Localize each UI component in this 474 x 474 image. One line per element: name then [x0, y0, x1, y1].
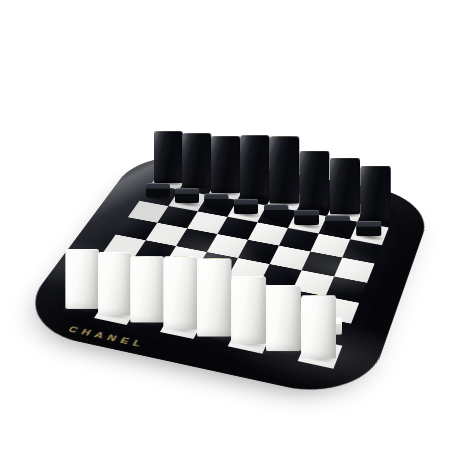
perfume-bottle-piece [360, 166, 391, 221]
perfume-bottle-piece [230, 276, 265, 344]
perfume-bottle-piece [145, 183, 169, 198]
gold-cap [277, 269, 288, 282]
perfume-bottle-piece [153, 131, 182, 183]
perfume-bottle-piece [97, 252, 131, 316]
perfume-bottle-piece [263, 204, 288, 219]
perfume-bottle-piece [356, 221, 381, 237]
perfume-bottle-piece [329, 158, 359, 215]
perfume-bottle-piece [163, 256, 198, 329]
product-photo: CHANEL [0, 0, 474, 474]
gold-cap [192, 119, 201, 130]
gold-cap [141, 240, 152, 253]
perfume-bottle-piece [181, 133, 210, 188]
perfume-bottle-piece [299, 151, 329, 210]
gold-cap [109, 236, 120, 249]
gold-cap [76, 233, 87, 246]
perfume-bottle-piece [300, 295, 336, 358]
gold-cap [370, 151, 380, 162]
gold-cap [163, 117, 172, 128]
perfume-bottle-piece [265, 285, 300, 351]
gold-cap [208, 239, 219, 255]
perfume-bottle-piece [210, 136, 240, 194]
gold-cap [220, 122, 229, 133]
perfume-bottle-piece [196, 259, 231, 337]
perfume-bottle-piece [130, 256, 164, 323]
perfume-bottle-piece [324, 215, 349, 231]
gold-cap [309, 136, 318, 147]
board-3d-wrapper: CHANEL [10, 148, 435, 404]
perfume-bottle-piece [204, 194, 229, 209]
perfume-bottle-piece [269, 136, 299, 204]
perfume-bottle-piece [233, 199, 258, 214]
board-tray: CHANEL [10, 148, 435, 404]
perfume-bottle-piece [174, 188, 198, 203]
perfume-bottle-piece [239, 135, 269, 198]
gold-cap [250, 120, 259, 132]
gold-cap [175, 239, 186, 253]
gold-cap [279, 119, 288, 133]
gold-cap [339, 143, 349, 154]
perfume-bottle-piece [65, 249, 99, 309]
perfume-bottle-piece [294, 210, 319, 225]
gold-cap [312, 279, 323, 292]
gold-cap [242, 260, 253, 273]
